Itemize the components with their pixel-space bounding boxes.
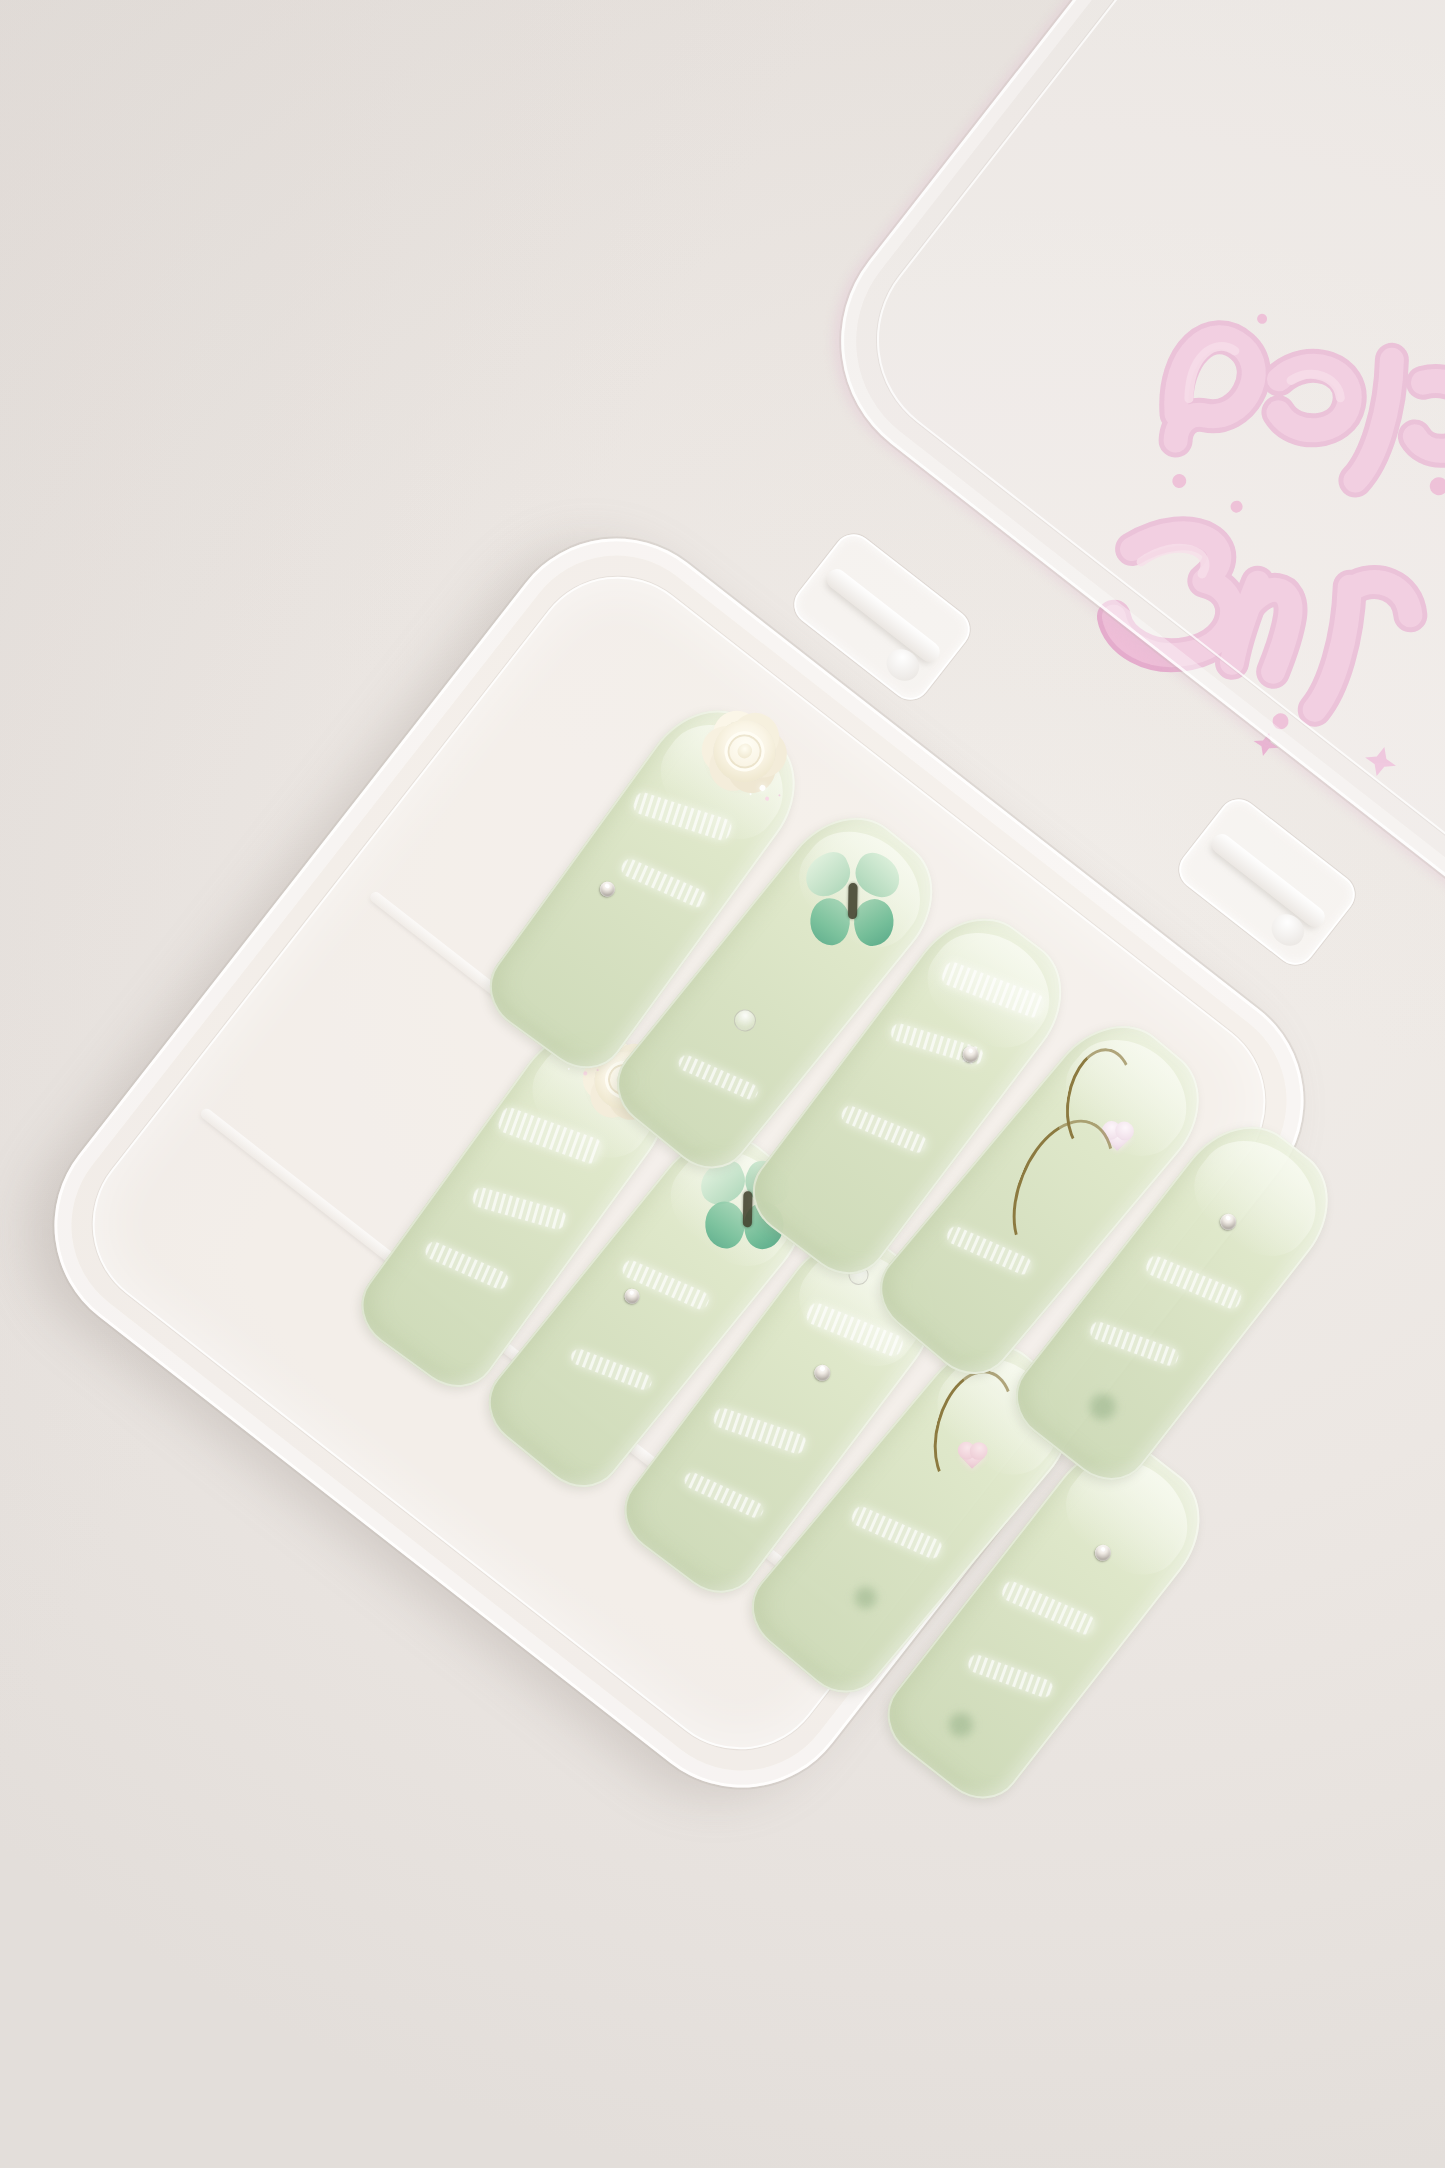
- paint-stroke: [1143, 1254, 1243, 1311]
- paint-stroke: [632, 790, 734, 842]
- dew-gem: [729, 1004, 760, 1035]
- butterfly-body: [848, 883, 858, 919]
- paint-stroke: [423, 1240, 511, 1292]
- paint-stroke: [1088, 1320, 1181, 1368]
- paint-stroke: [711, 1406, 807, 1456]
- butterfly-body: [743, 1191, 753, 1227]
- green-dot: [944, 1708, 978, 1742]
- butterfly-charm: [801, 848, 903, 950]
- paint-stroke: [619, 857, 709, 910]
- paint-stroke: [940, 959, 1047, 1019]
- rhinestone-gem: [811, 1361, 833, 1383]
- paint-stroke: [966, 1652, 1055, 1699]
- photo-scene: [0, 0, 1445, 2168]
- paint-stroke: [496, 1106, 604, 1166]
- glitter-flecks: [758, 784, 766, 792]
- rhinestone-gem: [1092, 1541, 1114, 1563]
- heart-charm: [958, 1442, 987, 1471]
- gold-foil-line: [921, 1361, 1027, 1501]
- rhinestone-gem: [597, 879, 618, 900]
- paint-stroke: [569, 1346, 654, 1391]
- paint-stroke: [676, 1053, 760, 1102]
- paint-stroke: [471, 1186, 568, 1231]
- rose-charm: [701, 708, 788, 795]
- green-dot: [1084, 1389, 1120, 1425]
- paint-stroke: [849, 1504, 944, 1561]
- paint-stroke: [1000, 1579, 1098, 1637]
- paint-stroke: [839, 1103, 929, 1155]
- green-dot: [850, 1582, 881, 1613]
- paint-stroke: [682, 1470, 766, 1520]
- rhinestone-gem: [1217, 1210, 1239, 1232]
- rhinestone-gem: [621, 1286, 642, 1307]
